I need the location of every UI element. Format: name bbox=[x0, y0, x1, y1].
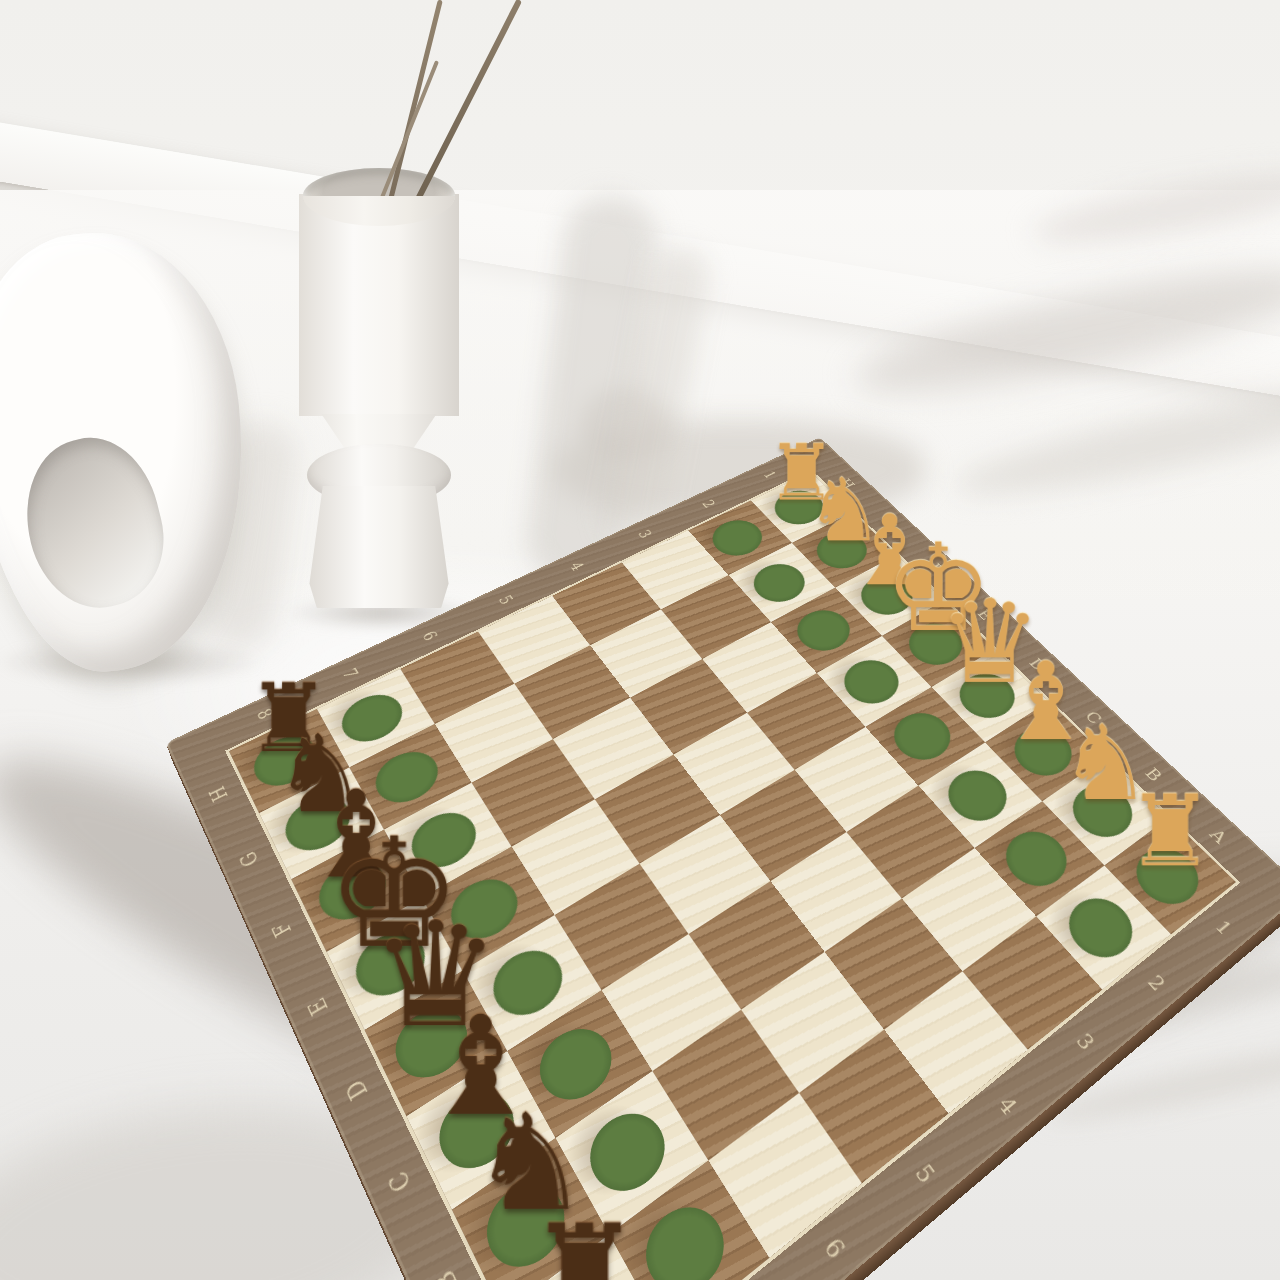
board-frame: HGFEDCBA HGFEDCBA 12345678 12345678 ♜♞♝♚… bbox=[166, 437, 1280, 1280]
coord-label: F bbox=[247, 885, 315, 977]
square-c3[interactable] bbox=[847, 785, 975, 898]
chess-board: HGFEDCBA HGFEDCBA 12345678 12345678 ♜♞♝♚… bbox=[166, 437, 1280, 1280]
board-scene: HGFEDCBA HGFEDCBA 12345678 12345678 ♜♞♝♚… bbox=[0, 0, 1280, 1280]
scene: HGFEDCBA HGFEDCBA 12345678 12345678 ♜♞♝♚… bbox=[0, 0, 1280, 1280]
piece-white-pawn-a2[interactable]: ♟ bbox=[1024, 703, 1183, 925]
piece-glyph: ♜ bbox=[527, 1207, 642, 1280]
piece-black-rook-a8[interactable]: ♜ bbox=[485, 1047, 684, 1280]
piece-glyph: ♟ bbox=[1065, 848, 1141, 933]
square-a8[interactable]: ♜ bbox=[502, 1233, 668, 1280]
